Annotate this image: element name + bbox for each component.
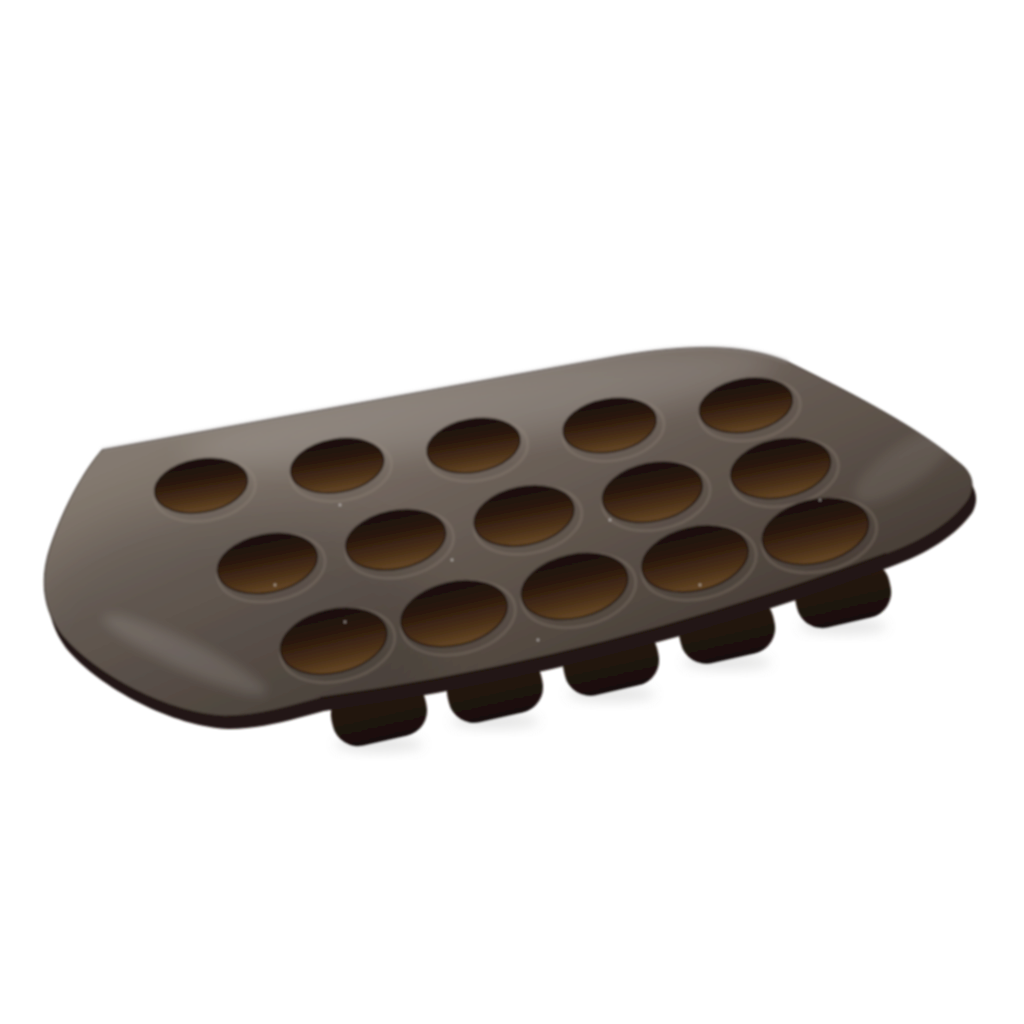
- dust-speckle: [274, 584, 277, 587]
- dust-speckle: [344, 621, 347, 624]
- mold-tray: [20, 326, 976, 770]
- dust-speckle: [339, 504, 342, 507]
- dust-speckle: [451, 559, 454, 562]
- mold-photo: [0, 0, 1024, 1024]
- dust-speckle: [819, 499, 822, 502]
- dust-speckle: [537, 639, 540, 642]
- product-photo-canvas: [0, 0, 1024, 1024]
- dust-speckle: [609, 519, 612, 522]
- dust-speckle: [699, 584, 702, 587]
